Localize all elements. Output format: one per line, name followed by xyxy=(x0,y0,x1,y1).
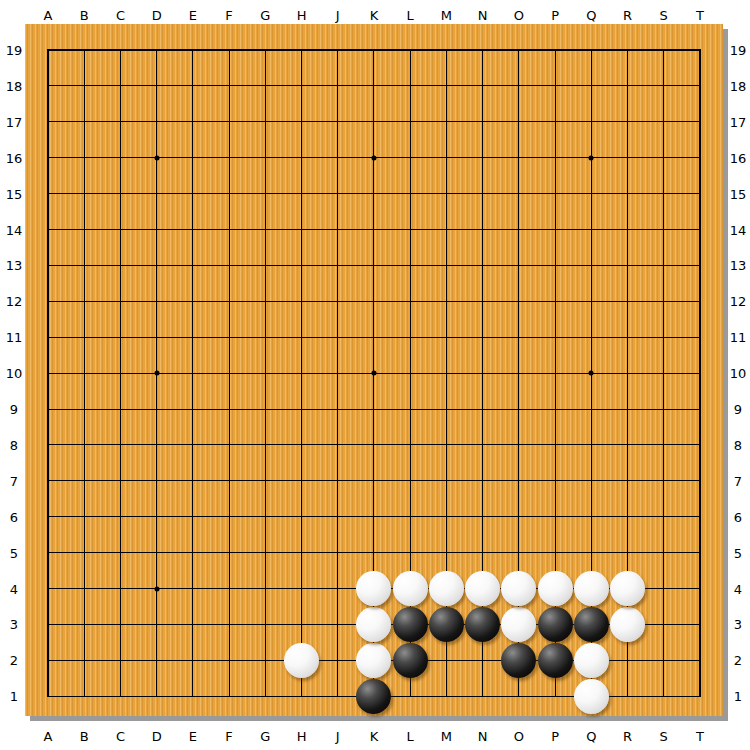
coord-label-top-E: E xyxy=(189,9,197,22)
go-diagram-page: AABBCCDDEEFFGGHHJJKKLLMMNNOOPPQQRRSSTT19… xyxy=(0,0,750,750)
coord-label-top-R: R xyxy=(623,9,632,22)
coord-label-left-11: 11 xyxy=(6,331,23,344)
coord-label-top-D: D xyxy=(152,9,162,22)
coord-label-right-4: 4 xyxy=(734,582,742,595)
black-stone-Q3[interactable] xyxy=(574,607,609,642)
coord-label-bottom-M: M xyxy=(441,730,452,743)
white-stone-R3[interactable] xyxy=(610,607,645,642)
coord-label-right-14: 14 xyxy=(730,223,747,236)
white-stone-Q1[interactable] xyxy=(574,679,609,714)
coord-label-top-T: T xyxy=(696,9,704,22)
coord-label-right-1: 1 xyxy=(734,690,742,703)
coord-label-right-19: 19 xyxy=(730,44,747,57)
coord-label-bottom-D: D xyxy=(152,730,162,743)
coord-label-left-6: 6 xyxy=(10,510,18,523)
coord-label-left-9: 9 xyxy=(10,403,18,416)
coord-label-left-16: 16 xyxy=(6,151,23,164)
coord-label-left-17: 17 xyxy=(6,115,23,128)
coord-label-left-13: 13 xyxy=(6,259,23,272)
coord-label-top-J: J xyxy=(336,9,340,22)
coord-label-left-3: 3 xyxy=(10,618,18,631)
coord-label-right-3: 3 xyxy=(734,618,742,631)
coord-label-top-B: B xyxy=(80,9,89,22)
coord-label-right-9: 9 xyxy=(734,403,742,416)
black-stone-P3[interactable] xyxy=(538,607,573,642)
coord-label-left-19: 19 xyxy=(6,44,23,57)
coord-label-bottom-B: B xyxy=(80,730,89,743)
coord-label-top-N: N xyxy=(478,9,488,22)
coord-label-left-1: 1 xyxy=(10,690,18,703)
white-stone-Q2[interactable] xyxy=(574,643,609,678)
coord-label-right-13: 13 xyxy=(730,259,747,272)
coord-label-bottom-S: S xyxy=(660,730,668,743)
star-point-D10 xyxy=(154,371,159,376)
coord-label-bottom-F: F xyxy=(225,730,232,743)
coord-label-bottom-R: R xyxy=(623,730,632,743)
coord-label-right-15: 15 xyxy=(730,187,747,200)
coord-label-left-18: 18 xyxy=(6,79,23,92)
coord-label-left-14: 14 xyxy=(6,223,23,236)
coord-label-right-16: 16 xyxy=(730,151,747,164)
black-stone-K1[interactable] xyxy=(356,679,391,714)
white-stone-N4[interactable] xyxy=(465,571,500,606)
coord-label-right-18: 18 xyxy=(730,79,747,92)
star-point-K10 xyxy=(371,371,376,376)
coord-label-bottom-A: A xyxy=(44,730,53,743)
coord-label-bottom-L: L xyxy=(407,730,414,743)
coord-label-right-10: 10 xyxy=(730,367,747,380)
star-point-D16 xyxy=(154,155,159,160)
coord-label-right-8: 8 xyxy=(734,438,742,451)
coord-label-top-M: M xyxy=(441,9,452,22)
white-stone-R4[interactable] xyxy=(610,571,645,606)
star-point-Q10 xyxy=(589,371,594,376)
coord-label-bottom-H: H xyxy=(297,730,307,743)
coord-label-left-15: 15 xyxy=(6,187,23,200)
black-stone-L2[interactable] xyxy=(393,643,428,678)
coord-label-top-G: G xyxy=(260,9,270,22)
coord-label-bottom-E: E xyxy=(189,730,197,743)
coord-label-top-F: F xyxy=(225,9,232,22)
coord-label-left-7: 7 xyxy=(10,474,18,487)
black-stone-N3[interactable] xyxy=(465,607,500,642)
coord-label-bottom-O: O xyxy=(514,730,524,743)
white-stone-Q4[interactable] xyxy=(574,571,609,606)
coord-label-left-4: 4 xyxy=(10,582,18,595)
black-stone-P2[interactable] xyxy=(538,643,573,678)
star-point-K16 xyxy=(371,155,376,160)
coord-label-bottom-T: T xyxy=(696,730,704,743)
coord-label-top-H: H xyxy=(297,9,307,22)
coord-label-right-6: 6 xyxy=(734,510,742,523)
star-point-Q16 xyxy=(589,155,594,160)
coord-label-right-5: 5 xyxy=(734,546,742,559)
white-stone-L4[interactable] xyxy=(393,571,428,606)
coord-label-left-10: 10 xyxy=(6,367,23,380)
coord-label-top-S: S xyxy=(660,9,668,22)
black-stone-L3[interactable] xyxy=(393,607,428,642)
coord-label-top-Q: Q xyxy=(586,9,596,22)
coord-label-bottom-N: N xyxy=(478,730,488,743)
coord-label-right-2: 2 xyxy=(734,654,742,667)
coord-label-left-8: 8 xyxy=(10,438,18,451)
coord-label-top-O: O xyxy=(514,9,524,22)
coord-label-top-C: C xyxy=(116,9,125,22)
coord-label-top-P: P xyxy=(551,9,559,22)
coord-label-right-17: 17 xyxy=(730,115,747,128)
coord-label-top-K: K xyxy=(370,9,379,22)
star-point-D4 xyxy=(154,586,159,591)
black-stone-M3[interactable] xyxy=(429,607,464,642)
coord-label-left-12: 12 xyxy=(6,295,23,308)
coord-label-right-11: 11 xyxy=(730,331,747,344)
coord-label-top-L: L xyxy=(407,9,414,22)
coord-label-bottom-G: G xyxy=(260,730,270,743)
coord-label-left-5: 5 xyxy=(10,546,18,559)
coord-label-top-A: A xyxy=(44,9,53,22)
white-stone-H2[interactable] xyxy=(284,643,319,678)
white-stone-M4[interactable] xyxy=(429,571,464,606)
white-stone-P4[interactable] xyxy=(538,571,573,606)
coord-label-bottom-P: P xyxy=(551,730,559,743)
coord-label-bottom-K: K xyxy=(370,730,379,743)
coord-label-bottom-C: C xyxy=(116,730,125,743)
coord-label-right-7: 7 xyxy=(734,474,742,487)
coord-label-left-2: 2 xyxy=(10,654,18,667)
black-stone-O2[interactable] xyxy=(501,643,536,678)
coord-label-bottom-Q: Q xyxy=(586,730,596,743)
coord-label-bottom-J: J xyxy=(336,730,340,743)
coord-label-right-12: 12 xyxy=(730,295,747,308)
